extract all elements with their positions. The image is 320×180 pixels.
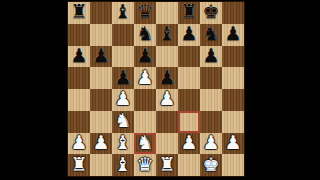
piece-white-pawn[interactable]: ♟	[136, 68, 153, 87]
piece-black-bishop[interactable]: ♝	[158, 24, 175, 43]
square-a2[interactable]: ♟	[68, 133, 90, 155]
square-d4[interactable]	[134, 89, 156, 111]
square-b7[interactable]	[90, 24, 112, 46]
square-b2[interactable]: ♟	[90, 133, 112, 155]
square-a7[interactable]	[68, 24, 90, 46]
chess-board: ♜♝♛♜♚♞♝♟♞♟♟♟♟♟♟♟♟♟♟♞♟♟♝♞♟♟♟♜♝♛♜♚	[68, 2, 244, 176]
square-c7[interactable]	[112, 24, 134, 46]
square-c2[interactable]: ♝	[112, 133, 134, 155]
square-e5[interactable]: ♟	[156, 67, 178, 89]
square-g4[interactable]	[200, 89, 222, 111]
square-c4[interactable]: ♟	[112, 89, 134, 111]
square-h3[interactable]	[222, 111, 244, 133]
piece-white-bishop[interactable]: ♝	[114, 133, 131, 152]
piece-black-pawn[interactable]: ♟	[180, 24, 197, 43]
piece-black-king[interactable]: ♚	[202, 2, 219, 21]
square-e7[interactable]: ♝	[156, 24, 178, 46]
square-d2[interactable]: ♞	[134, 133, 156, 155]
square-c3[interactable]: ♞	[112, 111, 134, 133]
piece-black-pawn[interactable]: ♟	[92, 46, 109, 65]
square-f7[interactable]: ♟	[178, 24, 200, 46]
square-a6[interactable]: ♟	[68, 46, 90, 68]
square-b8[interactable]	[90, 2, 112, 24]
square-c5[interactable]: ♟	[112, 67, 134, 89]
square-a3[interactable]	[68, 111, 90, 133]
piece-white-pawn[interactable]: ♟	[92, 133, 109, 152]
piece-black-pawn[interactable]: ♟	[136, 46, 153, 65]
piece-black-pawn[interactable]: ♟	[158, 68, 175, 87]
square-h6[interactable]	[222, 46, 244, 68]
square-f1[interactable]	[178, 154, 200, 176]
square-h8[interactable]	[222, 2, 244, 24]
square-b1[interactable]	[90, 154, 112, 176]
piece-white-pawn[interactable]: ♟	[114, 89, 131, 108]
square-h4[interactable]	[222, 89, 244, 111]
piece-black-rook[interactable]: ♜	[70, 2, 87, 21]
square-c1[interactable]: ♝	[112, 154, 134, 176]
square-f5[interactable]	[178, 67, 200, 89]
piece-white-pawn[interactable]: ♟	[202, 133, 219, 152]
piece-black-knight[interactable]: ♞	[136, 24, 153, 43]
square-b6[interactable]: ♟	[90, 46, 112, 68]
square-g3[interactable]	[200, 111, 222, 133]
piece-black-pawn[interactable]: ♟	[114, 68, 131, 87]
square-e3[interactable]	[156, 111, 178, 133]
square-d7[interactable]: ♞	[134, 24, 156, 46]
piece-white-pawn[interactable]: ♟	[70, 133, 87, 152]
square-d1[interactable]: ♛	[134, 154, 156, 176]
piece-black-rook[interactable]: ♜	[180, 2, 197, 21]
square-a8[interactable]: ♜	[68, 2, 90, 24]
square-g8[interactable]: ♚	[200, 2, 222, 24]
piece-white-queen[interactable]: ♛	[136, 155, 153, 174]
square-e6[interactable]	[156, 46, 178, 68]
square-f3[interactable]	[178, 111, 200, 133]
square-h2[interactable]: ♟	[222, 133, 244, 155]
square-e1[interactable]: ♜	[156, 154, 178, 176]
square-b3[interactable]	[90, 111, 112, 133]
square-g2[interactable]: ♟	[200, 133, 222, 155]
square-b4[interactable]	[90, 89, 112, 111]
piece-black-queen[interactable]: ♛	[136, 2, 153, 21]
square-g6[interactable]: ♟	[200, 46, 222, 68]
piece-black-knight[interactable]: ♞	[202, 24, 219, 43]
piece-black-pawn[interactable]: ♟	[224, 24, 241, 43]
piece-white-bishop[interactable]: ♝	[114, 155, 131, 174]
square-g7[interactable]: ♞	[200, 24, 222, 46]
square-f4[interactable]	[178, 89, 200, 111]
piece-white-pawn[interactable]: ♟	[224, 133, 241, 152]
piece-white-king[interactable]: ♚	[202, 155, 219, 174]
piece-white-rook[interactable]: ♜	[158, 155, 175, 174]
square-e4[interactable]: ♟	[156, 89, 178, 111]
piece-white-rook[interactable]: ♜	[70, 155, 87, 174]
square-f6[interactable]	[178, 46, 200, 68]
piece-black-pawn[interactable]: ♟	[202, 46, 219, 65]
piece-black-pawn[interactable]: ♟	[70, 46, 87, 65]
square-c8[interactable]: ♝	[112, 2, 134, 24]
piece-white-pawn[interactable]: ♟	[158, 89, 175, 108]
square-a1[interactable]: ♜	[68, 154, 90, 176]
piece-black-bishop[interactable]: ♝	[114, 2, 131, 21]
square-d5[interactable]: ♟	[134, 67, 156, 89]
screenshot-background: ♜♝♛♜♚♞♝♟♞♟♟♟♟♟♟♟♟♟♟♞♟♟♝♞♟♟♟♜♝♛♜♚	[0, 0, 320, 180]
square-d6[interactable]: ♟	[134, 46, 156, 68]
square-h5[interactable]	[222, 67, 244, 89]
square-d8[interactable]: ♛	[134, 2, 156, 24]
square-a5[interactable]	[68, 67, 90, 89]
square-e2[interactable]	[156, 133, 178, 155]
square-h1[interactable]	[222, 154, 244, 176]
square-g1[interactable]: ♚	[200, 154, 222, 176]
square-h7[interactable]: ♟	[222, 24, 244, 46]
piece-white-knight[interactable]: ♞	[114, 111, 131, 130]
square-g5[interactable]	[200, 67, 222, 89]
piece-white-pawn[interactable]: ♟	[180, 133, 197, 152]
square-a4[interactable]	[68, 89, 90, 111]
square-e8[interactable]	[156, 2, 178, 24]
square-f2[interactable]: ♟	[178, 133, 200, 155]
square-b5[interactable]	[90, 67, 112, 89]
piece-white-knight[interactable]: ♞	[136, 133, 153, 152]
square-d3[interactable]	[134, 111, 156, 133]
square-f8[interactable]: ♜	[178, 2, 200, 24]
square-c6[interactable]	[112, 46, 134, 68]
